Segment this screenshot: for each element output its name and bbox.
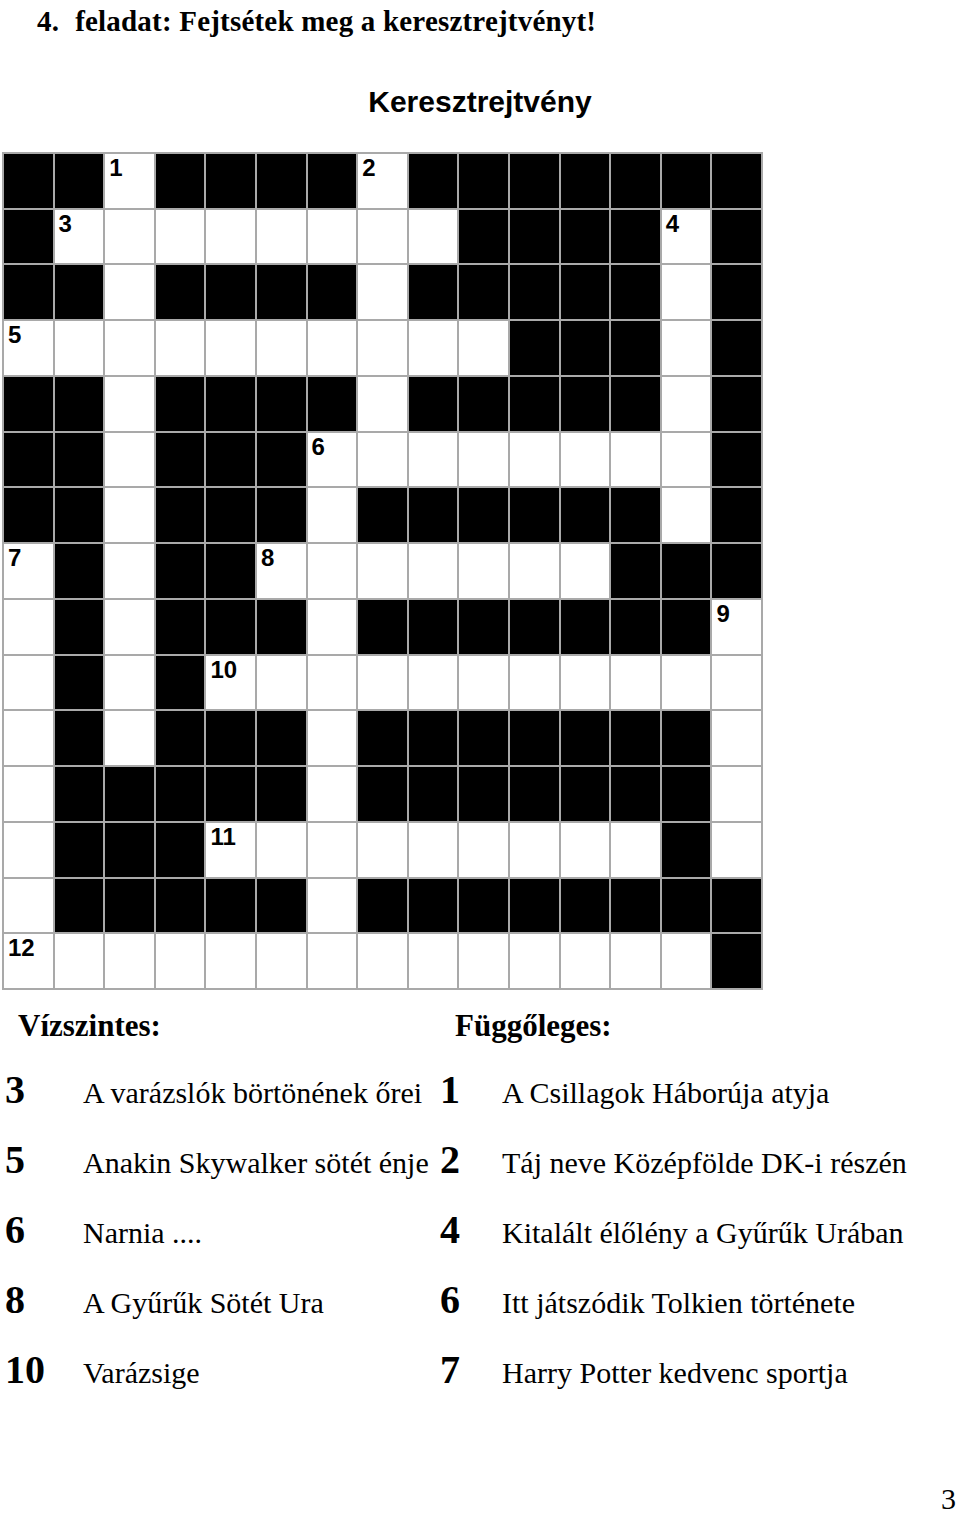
white-cell-r13c5[interactable]: 11 — [206, 823, 255, 877]
white-cell-r4c7[interactable] — [308, 321, 357, 375]
white-cell-r4c4[interactable] — [156, 321, 205, 375]
white-cell-r1c8[interactable]: 2 — [358, 154, 407, 208]
white-cell-r8c11[interactable] — [510, 544, 559, 598]
white-cell-r10c5[interactable]: 10 — [206, 656, 255, 710]
white-cell-r2c3[interactable] — [105, 210, 154, 264]
white-cell-r10c11[interactable] — [510, 656, 559, 710]
white-cell-r2c5[interactable] — [206, 210, 255, 264]
black-cell-r14c4 — [156, 879, 205, 933]
white-cell-r2c6[interactable] — [257, 210, 306, 264]
white-cell-r10c8[interactable] — [358, 656, 407, 710]
white-cell-r10c9[interactable] — [409, 656, 458, 710]
white-cell-r2c14[interactable]: 4 — [662, 210, 711, 264]
white-cell-r15c12[interactable] — [561, 934, 610, 988]
across-clue-6: 6Narnia .... — [5, 1210, 437, 1280]
black-cell-r2c11 — [510, 210, 559, 264]
white-cell-r8c12[interactable] — [561, 544, 610, 598]
white-cell-r13c11[interactable] — [510, 823, 559, 877]
white-cell-r2c4[interactable] — [156, 210, 205, 264]
black-cell-r5c12 — [561, 377, 610, 431]
white-cell-r14c7[interactable] — [308, 879, 357, 933]
black-cell-r4c11 — [510, 321, 559, 375]
white-cell-r15c13[interactable] — [611, 934, 660, 988]
black-cell-r11c4 — [156, 711, 205, 765]
down-clue-4: 4Kitalált élőlény a Gyűrűk Urában — [440, 1210, 960, 1280]
white-cell-r6c7[interactable]: 6 — [308, 433, 357, 487]
white-cell-r13c1[interactable] — [4, 823, 53, 877]
black-cell-r1c12 — [561, 154, 610, 208]
white-cell-r4c8[interactable] — [358, 321, 407, 375]
white-cell-r6c14[interactable] — [662, 433, 711, 487]
clue-number: 7 — [440, 1350, 502, 1390]
black-cell-r11c9 — [409, 711, 458, 765]
black-cell-r11c12 — [561, 711, 610, 765]
black-cell-r12c10 — [459, 767, 508, 821]
white-cell-r13c9[interactable] — [409, 823, 458, 877]
white-cell-r12c1[interactable] — [4, 767, 53, 821]
cell-number-3: 3 — [59, 211, 72, 236]
black-cell-r2c13 — [611, 210, 660, 264]
black-cell-r6c2 — [55, 433, 104, 487]
black-cell-r9c14 — [662, 600, 711, 654]
black-cell-r3c1 — [4, 265, 53, 319]
clue-number: 6 — [5, 1210, 83, 1250]
clue-number: 8 — [5, 1280, 83, 1320]
cell-number-5: 5 — [8, 322, 21, 347]
white-cell-r5c14[interactable] — [662, 377, 711, 431]
black-cell-r3c13 — [611, 265, 660, 319]
white-cell-r8c8[interactable] — [358, 544, 407, 598]
across-clue-8: 8A Gyűrűk Sötét Ura — [5, 1280, 437, 1350]
black-cell-r6c6 — [257, 433, 306, 487]
white-cell-r7c3[interactable] — [105, 488, 154, 542]
black-cell-r5c4 — [156, 377, 205, 431]
black-cell-r3c5 — [206, 265, 255, 319]
black-cell-r1c10 — [459, 154, 508, 208]
black-cell-r12c12 — [561, 767, 610, 821]
black-cell-r6c1 — [4, 433, 53, 487]
clue-number: 3 — [5, 1070, 83, 1110]
white-cell-r4c3[interactable] — [105, 321, 154, 375]
black-cell-r3c7 — [308, 265, 357, 319]
white-cell-r9c15[interactable]: 9 — [712, 600, 761, 654]
black-cell-r3c4 — [156, 265, 205, 319]
across-clue-10: 10Varázsige — [5, 1350, 437, 1420]
black-cell-r13c2 — [55, 823, 104, 877]
clue-text: A Gyűrűk Sötét Ura — [83, 1286, 324, 1319]
black-cell-r1c13 — [611, 154, 660, 208]
white-cell-r6c13[interactable] — [611, 433, 660, 487]
black-cell-r9c4 — [156, 600, 205, 654]
black-cell-r9c9 — [409, 600, 458, 654]
white-cell-r9c7[interactable] — [308, 600, 357, 654]
white-cell-r15c3[interactable] — [105, 934, 154, 988]
white-cell-r10c1[interactable] — [4, 656, 53, 710]
white-cell-r13c12[interactable] — [561, 823, 610, 877]
white-cell-r7c14[interactable] — [662, 488, 711, 542]
white-cell-r6c8[interactable] — [358, 433, 407, 487]
white-cell-r10c15[interactable] — [712, 656, 761, 710]
white-cell-r10c12[interactable] — [561, 656, 610, 710]
white-cell-r2c2[interactable]: 3 — [55, 210, 104, 264]
black-cell-r3c12 — [561, 265, 610, 319]
clue-text: Anakin Skywalker sötét énje — [83, 1146, 429, 1179]
black-cell-r7c13 — [611, 488, 660, 542]
white-cell-r3c8[interactable] — [358, 265, 407, 319]
black-cell-r12c6 — [257, 767, 306, 821]
black-cell-r14c8 — [358, 879, 407, 933]
white-cell-r4c9[interactable] — [409, 321, 458, 375]
white-cell-r7c7[interactable] — [308, 488, 357, 542]
clue-number: 1 — [440, 1070, 502, 1110]
black-cell-r2c10 — [459, 210, 508, 264]
black-cell-r11c2 — [55, 711, 104, 765]
black-cell-r7c6 — [257, 488, 306, 542]
black-cell-r14c15 — [712, 879, 761, 933]
black-cell-r3c10 — [459, 265, 508, 319]
black-cell-r4c15 — [712, 321, 761, 375]
white-cell-r3c3[interactable] — [105, 265, 154, 319]
white-cell-r15c6[interactable] — [257, 934, 306, 988]
clue-text: A Csillagok Háborúja atyja — [502, 1076, 829, 1109]
black-cell-r10c2 — [55, 656, 104, 710]
task-text: feladat: Fejtsétek meg a keresztrejtvény… — [75, 5, 596, 37]
clue-text: Varázsige — [83, 1356, 200, 1389]
clue-text: A varázslók börtönének őrei — [83, 1076, 422, 1109]
clue-number: 5 — [5, 1140, 83, 1180]
clue-text: Itt játszódik Tolkien története — [502, 1286, 855, 1319]
cell-number-4: 4 — [666, 211, 679, 236]
black-cell-r9c5 — [206, 600, 255, 654]
white-cell-r6c12[interactable] — [561, 433, 610, 487]
black-cell-r14c6 — [257, 879, 306, 933]
white-cell-r6c11[interactable] — [510, 433, 559, 487]
black-cell-r7c1 — [4, 488, 53, 542]
black-cell-r13c14 — [662, 823, 711, 877]
black-cell-r14c12 — [561, 879, 610, 933]
white-cell-r10c14[interactable] — [662, 656, 711, 710]
black-cell-r5c13 — [611, 377, 660, 431]
white-cell-r13c6[interactable] — [257, 823, 306, 877]
clue-number: 6 — [440, 1280, 502, 1320]
white-cell-r13c10[interactable] — [459, 823, 508, 877]
black-cell-r1c15 — [712, 154, 761, 208]
black-cell-r8c15 — [712, 544, 761, 598]
white-cell-r15c14[interactable] — [662, 934, 711, 988]
black-cell-r8c2 — [55, 544, 104, 598]
white-cell-r12c7[interactable] — [308, 767, 357, 821]
white-cell-r12c15[interactable] — [712, 767, 761, 821]
black-cell-r14c2 — [55, 879, 104, 933]
white-cell-r11c15[interactable] — [712, 711, 761, 765]
black-cell-r12c9 — [409, 767, 458, 821]
white-cell-r4c5[interactable] — [206, 321, 255, 375]
black-cell-r12c2 — [55, 767, 104, 821]
black-cell-r4c12 — [561, 321, 610, 375]
page-title: 4.feladat: Fejtsétek meg a keresztrejtvé… — [37, 5, 596, 38]
black-cell-r1c14 — [662, 154, 711, 208]
black-cell-r14c5 — [206, 879, 255, 933]
black-cell-r7c8 — [358, 488, 407, 542]
white-cell-r4c1[interactable]: 5 — [4, 321, 53, 375]
white-cell-r8c7[interactable] — [308, 544, 357, 598]
white-cell-r3c14[interactable] — [662, 265, 711, 319]
white-cell-r15c9[interactable] — [409, 934, 458, 988]
black-cell-r12c5 — [206, 767, 255, 821]
white-cell-r6c3[interactable] — [105, 433, 154, 487]
black-cell-r9c12 — [561, 600, 610, 654]
white-cell-r8c3[interactable] — [105, 544, 154, 598]
down-clues-header: Függőleges: — [455, 1008, 612, 1044]
black-cell-r7c4 — [156, 488, 205, 542]
black-cell-r14c14 — [662, 879, 711, 933]
white-cell-r15c2[interactable] — [55, 934, 104, 988]
white-cell-r13c7[interactable] — [308, 823, 357, 877]
black-cell-r9c2 — [55, 600, 104, 654]
white-cell-r13c13[interactable] — [611, 823, 660, 877]
white-cell-r4c10[interactable] — [459, 321, 508, 375]
black-cell-r14c3 — [105, 879, 154, 933]
down-clue-2: 2Táj neve Középfölde DK-i részén — [440, 1140, 960, 1210]
black-cell-r11c10 — [459, 711, 508, 765]
black-cell-r15c15 — [712, 934, 761, 988]
black-cell-r3c9 — [409, 265, 458, 319]
white-cell-r8c6[interactable]: 8 — [257, 544, 306, 598]
across-clue-5: 5Anakin Skywalker sötét énje — [5, 1140, 437, 1210]
white-cell-r8c9[interactable] — [409, 544, 458, 598]
white-cell-r15c1[interactable]: 12 — [4, 934, 53, 988]
white-cell-r11c3[interactable] — [105, 711, 154, 765]
black-cell-r2c15 — [712, 210, 761, 264]
black-cell-r1c5 — [206, 154, 255, 208]
white-cell-r1c3[interactable]: 1 — [105, 154, 154, 208]
black-cell-r10c4 — [156, 656, 205, 710]
task-number: 4. — [37, 5, 59, 37]
white-cell-r5c8[interactable] — [358, 377, 407, 431]
black-cell-r9c11 — [510, 600, 559, 654]
cell-number-7: 7 — [8, 545, 21, 570]
black-cell-r1c2 — [55, 154, 104, 208]
cell-number-1: 1 — [109, 155, 122, 180]
white-cell-r15c5[interactable] — [206, 934, 255, 988]
black-cell-r14c11 — [510, 879, 559, 933]
clue-number: 4 — [440, 1210, 502, 1250]
cell-number-10: 10 — [210, 657, 237, 682]
black-cell-r14c9 — [409, 879, 458, 933]
black-cell-r1c4 — [156, 154, 205, 208]
black-cell-r1c7 — [308, 154, 357, 208]
black-cell-r7c9 — [409, 488, 458, 542]
black-cell-r13c4 — [156, 823, 205, 877]
white-cell-r4c6[interactable] — [257, 321, 306, 375]
black-cell-r3c11 — [510, 265, 559, 319]
down-clue-7: 7Harry Potter kedvenc sportja — [440, 1350, 960, 1420]
white-cell-r9c1[interactable] — [4, 600, 53, 654]
clue-text: Táj neve Középfölde DK-i részén — [502, 1146, 907, 1179]
cell-number-9: 9 — [716, 601, 729, 626]
white-cell-r10c10[interactable] — [459, 656, 508, 710]
black-cell-r1c9 — [409, 154, 458, 208]
clue-number: 10 — [5, 1350, 83, 1390]
white-cell-r2c8[interactable] — [358, 210, 407, 264]
black-cell-r7c15 — [712, 488, 761, 542]
across-clues-list: 3A varázslók börtönének őrei5Anakin Skyw… — [5, 1070, 437, 1420]
black-cell-r12c8 — [358, 767, 407, 821]
white-cell-r11c1[interactable] — [4, 711, 53, 765]
white-cell-r15c7[interactable] — [308, 934, 357, 988]
black-cell-r2c1 — [4, 210, 53, 264]
white-cell-r6c9[interactable] — [409, 433, 458, 487]
black-cell-r9c8 — [358, 600, 407, 654]
black-cell-r1c1 — [4, 154, 53, 208]
cell-number-6: 6 — [312, 434, 325, 459]
white-cell-r15c4[interactable] — [156, 934, 205, 988]
black-cell-r3c2 — [55, 265, 104, 319]
white-cell-r10c7[interactable] — [308, 656, 357, 710]
white-cell-r10c6[interactable] — [257, 656, 306, 710]
across-clue-3: 3A varázslók börtönének őrei — [5, 1070, 437, 1140]
white-cell-r11c7[interactable] — [308, 711, 357, 765]
cell-number-2: 2 — [362, 155, 375, 180]
white-cell-r2c7[interactable] — [308, 210, 357, 264]
black-cell-r8c13 — [611, 544, 660, 598]
black-cell-r9c13 — [611, 600, 660, 654]
white-cell-r8c1[interactable]: 7 — [4, 544, 53, 598]
black-cell-r8c5 — [206, 544, 255, 598]
black-cell-r14c10 — [459, 879, 508, 933]
black-cell-r7c2 — [55, 488, 104, 542]
black-cell-r7c12 — [561, 488, 610, 542]
across-clues-header: Vízszintes: — [18, 1008, 161, 1044]
black-cell-r5c11 — [510, 377, 559, 431]
black-cell-r12c3 — [105, 767, 154, 821]
black-cell-r2c12 — [561, 210, 610, 264]
black-cell-r14c13 — [611, 879, 660, 933]
white-cell-r4c2[interactable] — [55, 321, 104, 375]
white-cell-r15c10[interactable] — [459, 934, 508, 988]
black-cell-r9c10 — [459, 600, 508, 654]
black-cell-r12c14 — [662, 767, 711, 821]
cell-number-8: 8 — [261, 545, 274, 570]
clue-text: Kitalált élőlény a Gyűrűk Urában — [502, 1216, 904, 1249]
black-cell-r1c11 — [510, 154, 559, 208]
black-cell-r13c3 — [105, 823, 154, 877]
black-cell-r6c15 — [712, 433, 761, 487]
black-cell-r12c4 — [156, 767, 205, 821]
down-clues-list: 1A Csillagok Háborúja atyja2Táj neve Köz… — [440, 1070, 960, 1420]
white-cell-r15c8[interactable] — [358, 934, 407, 988]
black-cell-r3c6 — [257, 265, 306, 319]
black-cell-r6c5 — [206, 433, 255, 487]
black-cell-r5c10 — [459, 377, 508, 431]
down-clue-6: 6Itt játszódik Tolkien története — [440, 1280, 960, 1350]
black-cell-r8c14 — [662, 544, 711, 598]
black-cell-r5c1 — [4, 377, 53, 431]
white-cell-r5c3[interactable] — [105, 377, 154, 431]
black-cell-r12c11 — [510, 767, 559, 821]
black-cell-r3c15 — [712, 265, 761, 319]
white-cell-r6c10[interactable] — [459, 433, 508, 487]
black-cell-r5c7 — [308, 377, 357, 431]
white-cell-r14c1[interactable] — [4, 879, 53, 933]
clue-number: 2 — [440, 1140, 502, 1180]
black-cell-r4c13 — [611, 321, 660, 375]
white-cell-r2c9[interactable] — [409, 210, 458, 264]
clue-text: Harry Potter kedvenc sportja — [502, 1356, 848, 1389]
black-cell-r5c5 — [206, 377, 255, 431]
black-cell-r12c13 — [611, 767, 660, 821]
cell-number-11: 11 — [210, 824, 235, 849]
black-cell-r5c2 — [55, 377, 104, 431]
black-cell-r1c6 — [257, 154, 306, 208]
black-cell-r7c11 — [510, 488, 559, 542]
black-cell-r7c10 — [459, 488, 508, 542]
black-cell-r5c9 — [409, 377, 458, 431]
clue-text: Narnia .... — [83, 1216, 202, 1249]
white-cell-r9c3[interactable] — [105, 600, 154, 654]
cell-number-12: 12 — [8, 935, 35, 960]
crossword-grid[interactable]: 123456789101112 — [2, 152, 763, 990]
black-cell-r11c13 — [611, 711, 660, 765]
black-cell-r11c5 — [206, 711, 255, 765]
black-cell-r11c8 — [358, 711, 407, 765]
down-clue-1: 1A Csillagok Háborúja atyja — [440, 1070, 960, 1140]
black-cell-r5c15 — [712, 377, 761, 431]
white-cell-r13c15[interactable] — [712, 823, 761, 877]
white-cell-r15c11[interactable] — [510, 934, 559, 988]
black-cell-r11c14 — [662, 711, 711, 765]
black-cell-r11c6 — [257, 711, 306, 765]
black-cell-r5c6 — [257, 377, 306, 431]
page-number: 3 — [941, 1482, 956, 1515]
white-cell-r13c8[interactable] — [358, 823, 407, 877]
white-cell-r8c10[interactable] — [459, 544, 508, 598]
crossword-title: Keresztrejtvény — [0, 85, 960, 119]
black-cell-r11c11 — [510, 711, 559, 765]
black-cell-r9c6 — [257, 600, 306, 654]
white-cell-r10c3[interactable] — [105, 656, 154, 710]
black-cell-r7c5 — [206, 488, 255, 542]
black-cell-r8c4 — [156, 544, 205, 598]
white-cell-r4c14[interactable] — [662, 321, 711, 375]
black-cell-r6c4 — [156, 433, 205, 487]
white-cell-r10c13[interactable] — [611, 656, 660, 710]
